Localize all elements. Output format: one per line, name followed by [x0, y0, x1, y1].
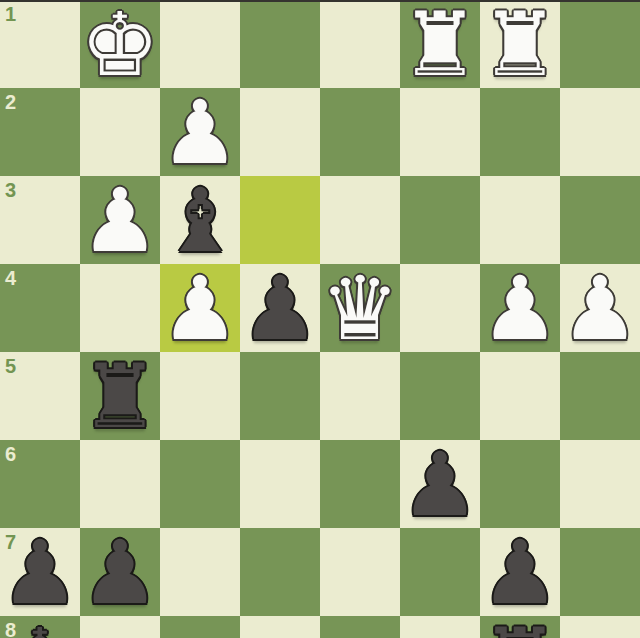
square-e1[interactable] [240, 0, 320, 88]
square-f4[interactable]: ♟ [160, 264, 240, 352]
square-g6[interactable] [80, 440, 160, 528]
square-a6[interactable] [560, 440, 640, 528]
rank-label-3: 3 [5, 180, 16, 200]
black-bishop[interactable]: ♝ [161, 177, 240, 265]
square-c8[interactable]: c [400, 616, 480, 638]
white-pawn[interactable]: ♟ [561, 265, 640, 353]
square-g1[interactable]: ♚ [80, 0, 160, 88]
white-pawn[interactable]: ♟ [161, 265, 240, 353]
black-pawn[interactable]: ♟ [241, 265, 320, 353]
window-top-border [0, 0, 640, 2]
black-rook[interactable]: ♜ [481, 617, 560, 638]
black-rook[interactable]: ♜ [81, 353, 160, 441]
square-a5[interactable] [560, 352, 640, 440]
square-c7[interactable] [400, 528, 480, 616]
white-rook[interactable]: ♜ [481, 1, 560, 89]
rank-label-5: 5 [5, 356, 16, 376]
square-b3[interactable] [480, 176, 560, 264]
square-b5[interactable] [480, 352, 560, 440]
square-f5[interactable] [160, 352, 240, 440]
square-f2[interactable]: ♟ [160, 88, 240, 176]
square-d6[interactable] [320, 440, 400, 528]
white-rook[interactable]: ♜ [401, 1, 480, 89]
square-h4[interactable]: 4 [0, 264, 80, 352]
square-b8[interactable]: b♜ [480, 616, 560, 638]
square-b4[interactable]: ♟ [480, 264, 560, 352]
square-f7[interactable] [160, 528, 240, 616]
black-pawn[interactable]: ♟ [481, 529, 560, 617]
chess-app-window: 1♚♜♜2♟3♟♝4♟♟♛♟♟5♜6♟7♟♟♟8h♚gfedcb♜a [0, 0, 640, 638]
white-pawn[interactable]: ♟ [161, 89, 240, 177]
square-e7[interactable] [240, 528, 320, 616]
square-f8[interactable]: f [160, 616, 240, 638]
square-e2[interactable] [240, 88, 320, 176]
black-pawn[interactable]: ♟ [81, 529, 160, 617]
rank-label-6: 6 [5, 444, 16, 464]
square-h2[interactable]: 2 [0, 88, 80, 176]
square-d4[interactable]: ♛ [320, 264, 400, 352]
square-g2[interactable] [80, 88, 160, 176]
square-h5[interactable]: 5 [0, 352, 80, 440]
rank-label-2: 2 [5, 92, 16, 112]
square-b2[interactable] [480, 88, 560, 176]
square-c4[interactable] [400, 264, 480, 352]
square-d5[interactable] [320, 352, 400, 440]
square-h7[interactable]: 7♟ [0, 528, 80, 616]
square-e8[interactable]: e [240, 616, 320, 638]
square-g5[interactable]: ♜ [80, 352, 160, 440]
square-c6[interactable]: ♟ [400, 440, 480, 528]
square-a8[interactable]: a [560, 616, 640, 638]
white-queen[interactable]: ♛ [321, 265, 400, 353]
square-g4[interactable] [80, 264, 160, 352]
square-h8[interactable]: 8h♚ [0, 616, 80, 638]
square-f1[interactable] [160, 0, 240, 88]
square-c2[interactable] [400, 88, 480, 176]
white-king[interactable]: ♚ [81, 1, 160, 89]
white-pawn[interactable]: ♟ [481, 265, 560, 353]
square-g3[interactable]: ♟ [80, 176, 160, 264]
rank-label-4: 4 [5, 268, 16, 288]
square-c1[interactable]: ♜ [400, 0, 480, 88]
square-b1[interactable]: ♜ [480, 0, 560, 88]
square-g7[interactable]: ♟ [80, 528, 160, 616]
square-f3[interactable]: ♝ [160, 176, 240, 264]
square-d7[interactable] [320, 528, 400, 616]
square-a7[interactable] [560, 528, 640, 616]
rank-label-1: 1 [5, 4, 16, 24]
square-d3[interactable] [320, 176, 400, 264]
square-c5[interactable] [400, 352, 480, 440]
square-a4[interactable]: ♟ [560, 264, 640, 352]
square-c3[interactable] [400, 176, 480, 264]
square-d8[interactable]: d [320, 616, 400, 638]
square-h1[interactable]: 1 [0, 0, 80, 88]
black-pawn[interactable]: ♟ [1, 529, 80, 617]
square-h3[interactable]: 3 [0, 176, 80, 264]
black-pawn[interactable]: ♟ [401, 441, 480, 529]
square-e6[interactable] [240, 440, 320, 528]
square-b6[interactable] [480, 440, 560, 528]
square-a1[interactable] [560, 0, 640, 88]
square-d2[interactable] [320, 88, 400, 176]
square-d1[interactable] [320, 0, 400, 88]
square-a2[interactable] [560, 88, 640, 176]
square-b7[interactable]: ♟ [480, 528, 560, 616]
square-e4[interactable]: ♟ [240, 264, 320, 352]
square-e5[interactable] [240, 352, 320, 440]
square-e3[interactable] [240, 176, 320, 264]
square-a3[interactable] [560, 176, 640, 264]
black-king[interactable]: ♚ [1, 617, 80, 638]
white-pawn[interactable]: ♟ [81, 177, 160, 265]
square-f6[interactable] [160, 440, 240, 528]
square-h6[interactable]: 6 [0, 440, 80, 528]
chess-board: 1♚♜♜2♟3♟♝4♟♟♛♟♟5♜6♟7♟♟♟8h♚gfedcb♜a [0, 0, 640, 638]
